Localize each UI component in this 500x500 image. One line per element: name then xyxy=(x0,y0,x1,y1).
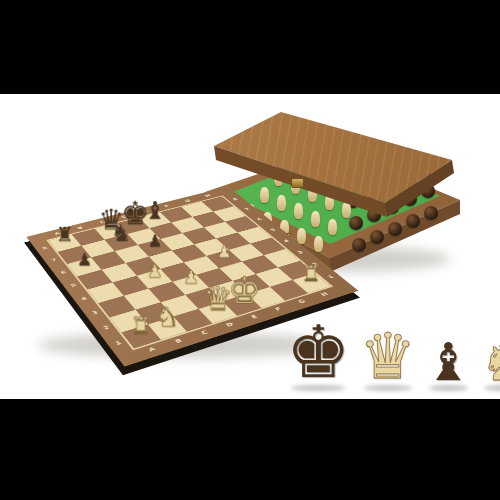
board-piece-black-pawn-d6: ♟ xyxy=(142,233,167,250)
bishop-glyph: ♝ xyxy=(425,336,472,388)
board-piece-white-pawn-f4: ♟ xyxy=(211,244,237,261)
board-piece-black-pawn-a6: ♟ xyxy=(71,251,97,268)
stored-light-piece xyxy=(314,236,323,252)
stored-light-piece xyxy=(294,203,303,219)
board-piece-white-queen-d1: ♛ xyxy=(204,283,232,316)
stored-light-piece xyxy=(311,211,320,227)
stored-dark-piece xyxy=(349,216,363,230)
board-piece-white-pawn-c4: ♟ xyxy=(141,263,168,280)
stored-dark-piece xyxy=(352,238,366,252)
stored-dark-piece xyxy=(370,230,384,244)
display-piece-light-queen: ♛ xyxy=(360,325,416,388)
stored-dark-piece xyxy=(406,214,420,228)
display-piece-dark-bishop: ♝ xyxy=(425,336,472,388)
board-piece-white-rook-h1: ♜ xyxy=(298,263,325,285)
letterbox-bottom-bar xyxy=(0,399,500,500)
rank-label-right-4: 4 xyxy=(279,237,295,245)
stored-dark-piece xyxy=(424,206,438,220)
stored-light-piece xyxy=(277,195,286,211)
knight-glyph: ♞ xyxy=(481,339,500,388)
stored-light-piece xyxy=(260,187,269,203)
display-pieces-row: ♚♛♝♞♜♟ xyxy=(286,310,500,388)
display-piece-light-knight: ♞ xyxy=(481,339,500,388)
stored-dark-piece xyxy=(388,222,402,236)
queen-glyph: ♛ xyxy=(360,325,416,388)
brass-clasp-hasp xyxy=(291,178,304,188)
board-piece-white-pawn-d3: ♟ xyxy=(177,269,204,287)
board-piece-black-rook-a8: ♜ xyxy=(52,225,77,245)
board-piece-white-rook-a1: ♜ xyxy=(126,315,155,339)
board-piece-black-knight-c7: ♞ xyxy=(109,222,134,245)
display-piece-dark-king: ♚ xyxy=(286,316,351,388)
board-piece-white-knight-b1: ♞ xyxy=(153,304,182,331)
stored-light-piece xyxy=(328,219,337,235)
king-glyph: ♚ xyxy=(286,316,351,388)
letterbox-top-bar xyxy=(0,0,500,94)
